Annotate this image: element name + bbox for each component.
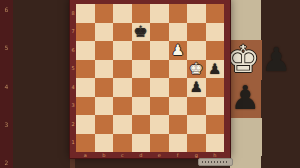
file-label-f: f [169,152,188,158]
square-g7[interactable] [187,23,206,42]
square-c7[interactable] [113,23,132,42]
square-d7[interactable]: ♚ [132,23,151,42]
black-pawn-piece[interactable]: ♟ [187,78,206,97]
video-frame: 65432 ♚♟♟ ♚♟♚♟♟ 87654321abcdefgh [0,0,300,168]
square-a8[interactable] [76,4,95,23]
square-a2[interactable] [76,115,95,134]
board-squares: ♚♟♚♟♟ [76,4,224,152]
square-d2[interactable] [132,115,151,134]
square-g3[interactable] [187,97,206,116]
square-d4[interactable] [132,78,151,97]
square-f5[interactable] [169,60,188,79]
square-e7[interactable] [150,23,169,42]
rank-label-6: 6 [70,41,76,60]
square-e6[interactable] [150,41,169,60]
chess-board[interactable]: ♚♟♚♟♟ 87654321abcdefgh [70,0,230,158]
square-h5[interactable]: ♟ [206,60,225,79]
square-a5[interactable] [76,60,95,79]
square-c3[interactable] [113,97,132,116]
square-e4[interactable] [150,78,169,97]
file-label-d: d [132,152,151,158]
square-f8[interactable] [169,4,188,23]
file-label-c: c [113,152,132,158]
background-board-left: 65432 [0,0,70,168]
background-rank-label-6: 6 [0,5,13,15]
background-rank-label-5: 5 [0,43,13,53]
file-label-a: a [76,152,95,158]
rank-label-4: 4 [70,78,76,97]
square-h2[interactable] [206,115,225,134]
square-b1[interactable] [95,134,114,153]
square-d8[interactable] [132,4,151,23]
square-g2[interactable] [187,115,206,134]
watermark-box [198,158,233,166]
square-h7[interactable] [206,23,225,42]
square-h4[interactable] [206,78,225,97]
square-c4[interactable] [113,78,132,97]
rank-label-7: 7 [70,23,76,42]
square-d5[interactable] [132,60,151,79]
square-c1[interactable] [113,134,132,153]
square-e8[interactable] [150,4,169,23]
square-f3[interactable] [169,97,188,116]
square-d3[interactable] [132,97,151,116]
square-b3[interactable] [95,97,114,116]
square-g6[interactable] [187,41,206,60]
white-king-piece[interactable]: ♚ [187,60,206,79]
black-pawn-piece[interactable]: ♟ [206,60,225,79]
square-b7[interactable] [95,23,114,42]
square-e1[interactable] [150,134,169,153]
square-a1[interactable] [76,134,95,153]
background-board-right: ♚♟♟ [230,0,300,168]
square-b4[interactable] [95,78,114,97]
square-f4[interactable] [169,78,188,97]
square-c6[interactable] [113,41,132,60]
square-g8[interactable] [187,4,206,23]
square-a6[interactable] [76,41,95,60]
square-b6[interactable] [95,41,114,60]
square-e5[interactable] [150,60,169,79]
rank-label-5: 5 [70,60,76,79]
background-square [230,0,261,40]
square-c5[interactable] [113,60,132,79]
rank-label-1: 1 [70,134,76,153]
square-b2[interactable] [95,115,114,134]
background-rank-label-4: 4 [0,82,13,92]
square-d6[interactable] [132,41,151,60]
square-e3[interactable] [150,97,169,116]
square-f1[interactable] [169,134,188,153]
white-pawn-piece[interactable]: ♟ [169,41,188,60]
file-label-b: b [95,152,114,158]
square-a7[interactable] [76,23,95,42]
square-b5[interactable] [95,60,114,79]
square-h3[interactable] [206,97,225,116]
square-c2[interactable] [113,115,132,134]
background-square [230,118,262,156]
background-black-pawn-piece: ♟ [261,40,293,78]
square-d1[interactable] [132,134,151,153]
square-g5[interactable]: ♚ [187,60,206,79]
background-black-pawn-piece: ♟ [230,78,261,117]
square-h6[interactable] [206,41,225,60]
square-e2[interactable] [150,115,169,134]
square-h1[interactable] [206,134,225,153]
square-a4[interactable] [76,78,95,97]
rank-label-2: 2 [70,115,76,134]
square-g1[interactable] [187,134,206,153]
black-king-piece[interactable]: ♚ [132,23,151,42]
background-rank-label-3: 3 [0,120,13,130]
square-a3[interactable] [76,97,95,116]
background-rank-label-2: 2 [0,158,13,168]
file-label-e: e [150,152,169,158]
square-f6[interactable]: ♟ [169,41,188,60]
rank-label-8: 8 [70,4,76,23]
background-square [230,156,261,168]
rank-label-3: 3 [70,97,76,116]
square-f2[interactable] [169,115,188,134]
square-c8[interactable] [113,4,132,23]
background-white-king-piece: ♚ [226,40,260,78]
square-b8[interactable] [95,4,114,23]
square-h8[interactable] [206,4,225,23]
square-g4[interactable]: ♟ [187,78,206,97]
square-f7[interactable] [169,23,188,42]
